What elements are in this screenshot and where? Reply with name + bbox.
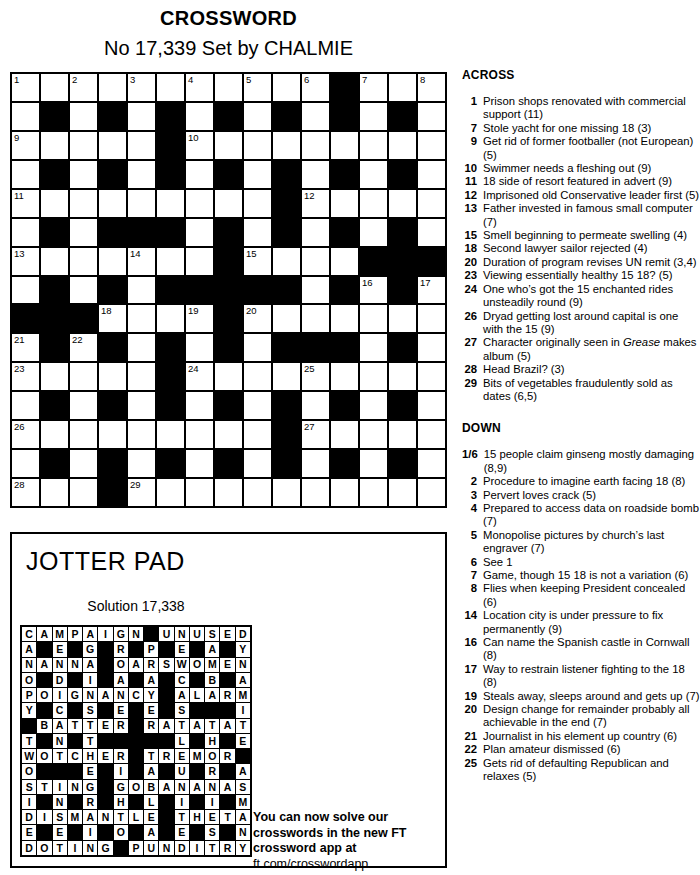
cell-letter: G [71, 690, 79, 701]
crossword-grid-cell[interactable] [157, 74, 184, 101]
clue-number: 24 [462, 283, 477, 310]
solution-grid-cell: I [236, 703, 250, 717]
crossword-grid-cell[interactable]: 27 [302, 421, 329, 448]
crossword-grid-cell[interactable] [41, 479, 68, 506]
down-header: DOWN [462, 421, 700, 435]
clue-item: 19Steals away, sleeps around and gets up… [462, 690, 700, 703]
cell-letter: C [178, 675, 186, 686]
solution-grid-cell [53, 764, 67, 778]
crossword-grid-cell[interactable] [418, 219, 445, 246]
crossword-grid-cell[interactable] [331, 132, 358, 159]
crossword-grid-cell[interactable] [128, 103, 155, 130]
crossword-grid-cell[interactable] [418, 161, 445, 188]
crossword-grid-cell[interactable] [99, 190, 126, 217]
solution-grid-cell [129, 749, 143, 763]
cell-letter: B [147, 782, 155, 793]
crossword-grid-cell[interactable] [244, 219, 271, 246]
crossword-grid-cell[interactable] [302, 248, 329, 275]
cell-letter: A [163, 720, 171, 731]
crossword-grid-cell [215, 219, 242, 246]
crossword-grid-cell[interactable] [186, 161, 213, 188]
crossword-grid-cell[interactable]: 29 [128, 479, 155, 506]
crossword-grid-cell[interactable] [331, 363, 358, 390]
crossword-grid-cell[interactable] [273, 305, 300, 332]
crossword-grid-cell[interactable] [186, 392, 213, 419]
crossword-grid-cell[interactable]: 3 [128, 74, 155, 101]
cell-letter: P [71, 629, 78, 640]
crossword-grid-cell[interactable] [273, 132, 300, 159]
cell-number: 21 [14, 334, 25, 345]
crossword-grid-cell[interactable]: 4 [186, 74, 213, 101]
crossword-grid-cell[interactable] [70, 421, 97, 448]
crossword-grid-cell[interactable]: 23 [12, 363, 39, 390]
crossword-grid-cell[interactable] [128, 363, 155, 390]
crossword-grid-cell[interactable] [41, 190, 68, 217]
crossword-grid-cell [99, 450, 126, 477]
crossword-grid-cell[interactable] [186, 450, 213, 477]
cell-letter: A [86, 629, 94, 640]
crossword-grid-cell [215, 248, 242, 275]
crossword-grid-cell[interactable] [360, 479, 387, 506]
clue-text: Flies when keeping President concealed (… [483, 582, 700, 609]
crossword-grid-cell[interactable] [70, 132, 97, 159]
solution-grid-cell: P [68, 627, 82, 641]
crossword-grid-cell[interactable] [244, 190, 271, 217]
cell-letter: B [209, 675, 217, 686]
crossword-grid-cell [389, 334, 416, 361]
solution-grid-cell: G [114, 627, 128, 641]
crossword-grid-cell[interactable] [128, 161, 155, 188]
crossword-grid-cell[interactable] [389, 190, 416, 217]
solution-grid-cell: M [236, 688, 250, 702]
crossword-grid-cell [331, 161, 358, 188]
solution-grid-cell [190, 734, 204, 748]
crossword-grid-cell[interactable]: 6 [302, 74, 329, 101]
clue-item: 6See 1 [462, 556, 700, 569]
crossword-grid-cell[interactable] [186, 248, 213, 275]
crossword-grid-cell[interactable] [389, 421, 416, 448]
solution-grid-cell: O [114, 825, 128, 839]
crossword-grid-cell[interactable] [99, 248, 126, 275]
crossword-grid-cell[interactable]: 19 [186, 305, 213, 332]
clue-number: 18 [462, 242, 477, 255]
crossword-grid-cell[interactable] [273, 479, 300, 506]
crossword-grid-cell[interactable]: 18 [99, 305, 126, 332]
crossword-grid-cell[interactable] [244, 392, 271, 419]
crossword-grid-cell[interactable] [99, 421, 126, 448]
crossword-grid-cell[interactable] [389, 479, 416, 506]
solution-grid-cell: N [53, 658, 67, 672]
crossword-grid-cell[interactable] [70, 248, 97, 275]
solution-grid-cell: E [22, 825, 36, 839]
crossword-grid-cell[interactable] [360, 305, 387, 332]
crossword-grid-cell[interactable] [244, 421, 271, 448]
crossword-grid-cell [41, 161, 68, 188]
cell-letter: A [178, 690, 186, 701]
cell-number: 7 [362, 74, 367, 85]
cell-letter: T [118, 812, 124, 823]
crossword-grid-cell[interactable] [70, 450, 97, 477]
solution-grid-cell: T [220, 810, 234, 824]
solution-grid-cell: E [175, 825, 189, 839]
clue-item: 10Swimmer needs a fleshing out (9) [462, 162, 700, 175]
crossword-grid-cell[interactable]: 11 [12, 190, 39, 217]
crossword-grid-cell[interactable] [157, 190, 184, 217]
solution-grid-cell: N [22, 658, 36, 672]
crossword-grid-cell[interactable] [12, 392, 39, 419]
crossword-grid-cell[interactable]: 26 [12, 421, 39, 448]
solution-grid-cell: N [236, 658, 250, 672]
clue-number: 17 [462, 663, 477, 690]
crossword-grid-cell[interactable] [244, 479, 271, 506]
crossword-grid-cell[interactable] [389, 74, 416, 101]
solution-grid-cell: P [22, 688, 36, 702]
crossword-grid-cell[interactable] [331, 190, 358, 217]
crossword-grid-cell [331, 74, 358, 101]
crossword-grid-cell[interactable] [186, 219, 213, 246]
crossword-grid-cell[interactable] [215, 363, 242, 390]
crossword-grid-cell[interactable]: 28 [12, 479, 39, 506]
crossword-grid-cell[interactable]: 10 [186, 132, 213, 159]
solution-grid-cell: U [159, 627, 173, 641]
crossword-grid-cell[interactable] [418, 190, 445, 217]
crossword-grid-cell[interactable] [418, 103, 445, 130]
crossword-grid-cell[interactable] [418, 479, 445, 506]
solution-grid-cell [22, 719, 36, 733]
crossword-grid-cell[interactable]: 21 [12, 334, 39, 361]
crossword-grid-cell[interactable] [70, 190, 97, 217]
cell-letter: T [87, 736, 93, 747]
cell-letter: R [163, 751, 171, 762]
crossword-grid-cell[interactable] [360, 421, 387, 448]
crossword-grid-cell[interactable] [70, 103, 97, 130]
crossword-grid-cell[interactable] [41, 363, 68, 390]
solution-grid-cell: S [22, 780, 36, 794]
crossword-grid-cell[interactable] [273, 74, 300, 101]
crossword-grid-cell[interactable] [128, 421, 155, 448]
crossword-grid-cell[interactable] [128, 132, 155, 159]
cell-letter: E [117, 705, 124, 716]
crossword-grid-cell[interactable] [360, 363, 387, 390]
crossword-grid-cell[interactable]: 22 [70, 334, 97, 361]
solution-grid-cell [129, 703, 143, 717]
solution-grid-cell: L [144, 795, 158, 809]
crossword-grid-cell [331, 392, 358, 419]
crossword-grid-cell[interactable]: 7 [360, 74, 387, 101]
crossword-grid-cell [41, 103, 68, 130]
solution-grid-cell: I [83, 673, 97, 687]
crossword-grid-cell[interactable] [360, 161, 387, 188]
crossword-grid-cell[interactable] [12, 103, 39, 130]
crossword-grid-cell[interactable]: 13 [12, 248, 39, 275]
clue-text: 18 side of resort featured in advert (9) [483, 175, 672, 188]
crossword-grid-cell[interactable] [186, 334, 213, 361]
cell-letter: I [211, 797, 214, 808]
crossword-grid-cell [157, 219, 184, 246]
crossword-grid-cell [215, 161, 242, 188]
cell-letter: R [117, 644, 125, 655]
crossword-grid-cell[interactable] [244, 161, 271, 188]
solution-grid-cell: L [129, 810, 143, 824]
cell-letter: S [209, 629, 216, 640]
solution-grid-cell [129, 795, 143, 809]
crossword-grid-cell[interactable] [273, 248, 300, 275]
crossword-grid-cell[interactable] [302, 161, 329, 188]
clue-number: 10 [462, 162, 477, 175]
solution-grid-cell: A [205, 642, 219, 656]
crossword-grid-cell[interactable] [128, 450, 155, 477]
solution-grid-cell: T [22, 734, 36, 748]
cell-letter: E [87, 766, 94, 777]
crossword-grid-cell[interactable]: 25 [302, 363, 329, 390]
crossword-grid-cell[interactable]: 8 [418, 74, 445, 101]
solution-grid-cell [190, 825, 204, 839]
crossword-grid-cell[interactable]: 12 [302, 190, 329, 217]
cell-number: 6 [304, 74, 309, 85]
crossword-grid-cell[interactable] [12, 219, 39, 246]
cell-letter: P [26, 690, 33, 701]
crossword-grid-cell[interactable] [360, 103, 387, 130]
crossword-grid-cell[interactable] [215, 421, 242, 448]
clue-number: 12 [462, 189, 477, 202]
crossword-grid-cell [215, 334, 242, 361]
clue-item: 27Character originally seen in Grease ma… [462, 336, 700, 363]
solution-grid-cell: N [68, 658, 82, 672]
crossword-grid-cell[interactable] [128, 392, 155, 419]
crossword-grid-cell[interactable] [244, 132, 271, 159]
solution-grid-cell: C [68, 749, 82, 763]
cell-letter: E [102, 720, 109, 731]
solution-grid-cell: I [83, 825, 97, 839]
crossword-grid-cell[interactable] [418, 363, 445, 390]
solution-grid-cell [98, 703, 112, 717]
crossword-grid-cell[interactable]: 15 [244, 248, 271, 275]
crossword-grid-cell [99, 219, 126, 246]
cell-letter: I [180, 797, 183, 808]
crossword-grid-cell[interactable] [128, 334, 155, 361]
crossword-grid-cell[interactable] [302, 132, 329, 159]
crossword-grid-cell[interactable] [186, 103, 213, 130]
crossword-grid-cell[interactable] [128, 190, 155, 217]
crossword-grid-cell[interactable]: 9 [12, 132, 39, 159]
crossword-grid-cell [418, 248, 445, 275]
solution-grid-cell [220, 703, 234, 717]
crossword-grid-cell [157, 103, 184, 130]
crossword-grid-cell[interactable] [128, 305, 155, 332]
crossword-grid-cell[interactable] [99, 132, 126, 159]
clue-item: 4Prepared to access data on roadside bom… [462, 502, 700, 529]
crossword-grid-cell[interactable] [70, 277, 97, 304]
crossword-grid-cell[interactable] [360, 190, 387, 217]
cell-letter: A [56, 720, 64, 731]
solution-grid-cell [98, 764, 112, 778]
cell-letter: A [147, 766, 155, 777]
solution-grid-cell: D [22, 841, 36, 855]
crossword-grid-cell[interactable] [244, 363, 271, 390]
solution-grid-cell: G [98, 841, 112, 855]
solution-grid-cell [159, 642, 173, 656]
crossword-grid-cell[interactable] [41, 248, 68, 275]
crossword-grid-cell[interactable]: 16 [360, 277, 387, 304]
crossword-grid-cell[interactable] [331, 248, 358, 275]
crossword-grid-cell[interactable]: 1 [12, 74, 39, 101]
cell-letter: N [86, 690, 94, 701]
crossword-grid-cell[interactable] [215, 132, 242, 159]
crossword-grid-cell[interactable] [360, 392, 387, 419]
crossword-grid-cell[interactable] [41, 132, 68, 159]
crossword-grid-cell[interactable] [302, 392, 329, 419]
cell-letter: E [224, 659, 231, 670]
crossword-grid-cell[interactable] [244, 103, 271, 130]
crossword-grid-cell[interactable] [70, 363, 97, 390]
crossword-grid-cell[interactable] [70, 392, 97, 419]
crossword-grid-cell[interactable] [360, 132, 387, 159]
cell-letter: R [117, 751, 125, 762]
solution-grid-cell: S [159, 658, 173, 672]
cell-letter: E [178, 827, 185, 838]
solution-grid-cell: O [22, 673, 36, 687]
page-title: CROSSWORD [10, 6, 447, 30]
cell-letter: E [209, 812, 216, 823]
crossword-grid-cell[interactable] [360, 219, 387, 246]
crossword-grid-cell [99, 103, 126, 130]
crossword-grid-cell[interactable] [302, 305, 329, 332]
crossword-grid-cell[interactable] [360, 450, 387, 477]
crossword-grid-cell[interactable] [418, 305, 445, 332]
cell-letter: A [239, 766, 247, 777]
crossword-grid-cell[interactable] [302, 103, 329, 130]
solution-grid-cell: D [175, 841, 189, 855]
crossword-grid-cell[interactable]: 2 [70, 74, 97, 101]
crossword-grid-cell [41, 334, 68, 361]
crossword-grid-cell [273, 277, 300, 304]
crossword-grid-cell[interactable] [360, 334, 387, 361]
cell-letter: E [56, 644, 63, 655]
crossword-grid-cell[interactable] [128, 277, 155, 304]
cell-number: 12 [304, 190, 315, 201]
solution-grid-cell: Y [144, 688, 158, 702]
crossword-grid-cell[interactable] [215, 479, 242, 506]
crossword-grid-cell[interactable] [186, 479, 213, 506]
clue-text: Location city is under pressure to fix p… [483, 609, 700, 636]
solution-grid-cell: R [144, 658, 158, 672]
crossword-grid-cell [12, 305, 39, 332]
crossword-grid-cell[interactable] [244, 450, 271, 477]
solution-grid-cell [98, 642, 112, 656]
cell-letter: N [163, 843, 171, 854]
solution-grid-cell: A [114, 673, 128, 687]
solution-grid-cell [159, 825, 173, 839]
solution-grid-cell: T [236, 719, 250, 733]
crossword-grid-cell[interactable] [418, 392, 445, 419]
crossword-grid-cell[interactable] [12, 450, 39, 477]
crossword-grid-cell[interactable]: 17 [418, 277, 445, 304]
crossword-grid-cell[interactable] [302, 277, 329, 304]
solution-grid-cell: E [175, 749, 189, 763]
crossword-grid-cell[interactable] [186, 421, 213, 448]
solution-grid-cell [129, 673, 143, 687]
crossword-grid-cell[interactable] [12, 161, 39, 188]
crossword-grid-cell[interactable] [244, 334, 271, 361]
crossword-grid-cell[interactable] [70, 161, 97, 188]
solution-grid-cell: G [83, 780, 97, 794]
solution-grid-cell: M [190, 749, 204, 763]
solution-grid-cell: A [144, 673, 158, 687]
cell-letter: N [117, 690, 125, 701]
crossword-grid-cell[interactable] [331, 305, 358, 332]
crossword-grid-cell[interactable] [41, 74, 68, 101]
solution-grid-cell: I [22, 795, 36, 809]
cell-number: 26 [14, 421, 25, 432]
cell-letter: N [178, 782, 186, 793]
crossword-grid-cell[interactable] [99, 363, 126, 390]
clue-text: Gets rid of defaulting Republican and re… [483, 757, 700, 784]
crossword-grid-cell[interactable] [70, 219, 97, 246]
clue-item: 18Second lawyer sailor rejected (4) [462, 242, 700, 255]
clue-item: 17Way to restrain listener fighting to t… [462, 663, 700, 690]
crossword-grid-cell[interactable] [12, 277, 39, 304]
crossword-grid-cell[interactable] [331, 479, 358, 506]
crossword-grid-cell[interactable] [157, 479, 184, 506]
crossword-grid-cell[interactable] [302, 479, 329, 506]
crossword-grid-cell[interactable] [389, 305, 416, 332]
crossword-grid-cell[interactable]: 5 [244, 74, 271, 101]
clue-number: 3 [462, 489, 477, 502]
clue-item: 25Gets rid of defaulting Republican and … [462, 757, 700, 784]
clue-number: 20 [462, 256, 477, 269]
crossword-grid-cell[interactable]: 24 [186, 363, 213, 390]
crossword-grid-cell[interactable] [418, 132, 445, 159]
crossword-grid-cell[interactable] [302, 450, 329, 477]
crossword-grid-cell[interactable] [41, 421, 68, 448]
crossword-grid-cell[interactable] [157, 421, 184, 448]
solution-grid-cell: I [68, 841, 82, 855]
cell-letter: D [56, 675, 64, 686]
crossword-grid-cell [389, 219, 416, 246]
cell-letter: I [73, 843, 76, 854]
crossword-grid-cell[interactable] [157, 248, 184, 275]
crossword-grid-cell[interactable] [389, 132, 416, 159]
solution-grid-cell: A [190, 780, 204, 794]
solution-grid-cell [159, 764, 173, 778]
crossword-grid-cell[interactable] [186, 190, 213, 217]
crossword-grid-cell[interactable]: 20 [244, 305, 271, 332]
crossword-grid-cell[interactable] [273, 363, 300, 390]
crossword-grid-cell[interactable] [331, 421, 358, 448]
crossword-grid-cell[interactable] [418, 450, 445, 477]
clue-item: 13Father invested in famous small comput… [462, 202, 700, 229]
solution-grid-cell: N [68, 780, 82, 794]
solution-grid-cell: O [129, 780, 143, 794]
cell-letter: O [117, 827, 125, 838]
crossword-grid-cell[interactable] [99, 74, 126, 101]
crossword-grid-cell[interactable] [70, 479, 97, 506]
cell-number: 15 [246, 248, 257, 259]
crossword-grid-cell[interactable] [389, 363, 416, 390]
clue-item: 12Imprisoned old Conservative leader fir… [462, 189, 700, 202]
crossword-grid-cell[interactable] [418, 421, 445, 448]
crossword-grid-cell[interactable] [157, 305, 184, 332]
solution-grid-cell: D [22, 810, 36, 824]
crossword-grid-cell[interactable] [302, 219, 329, 246]
crossword-grid-cell[interactable]: 14 [128, 248, 155, 275]
solution-grid-cell: R [220, 841, 234, 855]
solution-grid-cell: P [144, 642, 158, 656]
cell-letter: R [147, 720, 155, 731]
crossword-grid-cell[interactable] [215, 190, 242, 217]
crossword-grid-cell[interactable] [418, 334, 445, 361]
crossword-grid-cell[interactable] [215, 74, 242, 101]
